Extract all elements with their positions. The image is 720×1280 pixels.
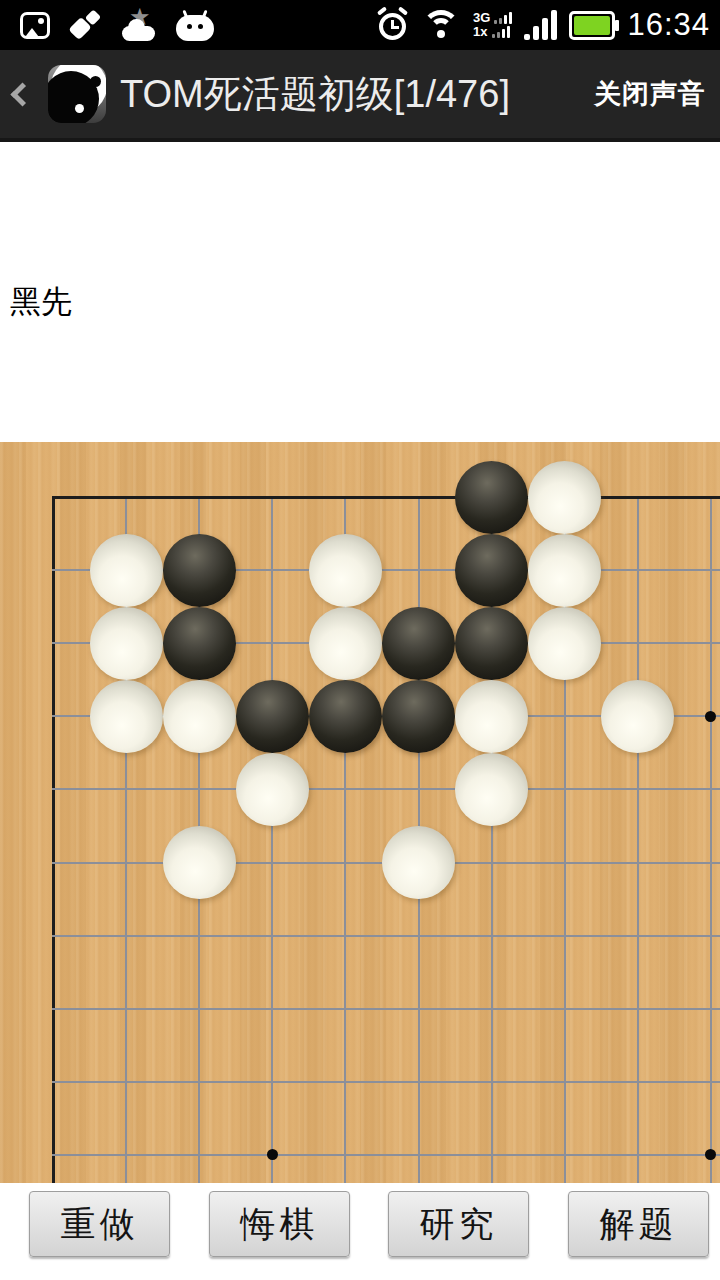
- network-1x-label: 1x: [473, 26, 487, 38]
- hoshi-point: [705, 711, 716, 722]
- black-stone: [163, 607, 236, 680]
- signal-bar: [533, 26, 539, 40]
- alarm-clock-icon: [376, 9, 409, 42]
- white-stone: [163, 680, 236, 753]
- mini-bar: [502, 29, 505, 38]
- battery-nub: [615, 20, 619, 31]
- clock-hand: [391, 26, 399, 29]
- page-title: TOM死活题初级[1/476]: [120, 69, 510, 120]
- signal-bar: [551, 10, 557, 40]
- white-stone: [528, 607, 601, 680]
- white-stone: [90, 607, 163, 680]
- mute-sound-button[interactable]: 关闭声音: [594, 76, 706, 112]
- white-stone: [382, 826, 455, 899]
- status-bar: 3G 1x: [0, 0, 720, 50]
- mini-bar: [499, 18, 502, 24]
- black-stone: [382, 680, 455, 753]
- white-stone: [163, 826, 236, 899]
- mini-bar: [509, 12, 512, 24]
- android-head: [176, 15, 214, 41]
- wifi-icon: [421, 9, 461, 41]
- android-eye: [198, 24, 203, 29]
- white-stone: [528, 461, 601, 534]
- mobile-data-1x-row: 1x: [473, 26, 512, 38]
- system-status-icons: 3G 1x: [376, 7, 710, 43]
- mobile-data-3g-row: 3G: [473, 12, 512, 24]
- white-stone: [601, 680, 674, 753]
- hoshi-point: [267, 1149, 278, 1160]
- gallery-dot: [38, 18, 44, 24]
- white-stone: [455, 680, 528, 753]
- status-time: 16:34: [627, 7, 710, 43]
- white-dot-graphic: [75, 104, 84, 113]
- white-stone: [309, 534, 382, 607]
- go-app-icon: [48, 65, 106, 123]
- black-stone: [309, 680, 382, 753]
- white-stone: [455, 753, 528, 826]
- hoshi-point: [705, 1149, 716, 1160]
- android-eye: [187, 24, 192, 29]
- board-grid-line-horizontal: [52, 935, 720, 937]
- network-3g-label: 3G: [473, 12, 490, 24]
- white-stone: [236, 753, 309, 826]
- mini-bar: [497, 32, 500, 38]
- mobile-data-indicator: 3G 1x: [473, 12, 512, 38]
- white-stone: [528, 534, 601, 607]
- black-stone: [382, 607, 455, 680]
- gallery-mountain: [22, 28, 42, 39]
- white-stone: [90, 680, 163, 753]
- solve-button[interactable]: 解题: [568, 1191, 709, 1257]
- board-grid-line-horizontal: [52, 1081, 720, 1083]
- board-grid-line-horizontal: [52, 1008, 720, 1010]
- board-grid-line-horizontal: [52, 1154, 720, 1156]
- gallery-icon: [20, 12, 50, 39]
- redo-button[interactable]: 重做: [29, 1191, 170, 1257]
- research-button[interactable]: 研究: [388, 1191, 529, 1257]
- signal-bars-icon: [524, 10, 557, 40]
- black-stone: [455, 461, 528, 534]
- weather-cloud-icon: [122, 10, 156, 41]
- app-screen: 3G 1x: [0, 0, 720, 1280]
- back-button[interactable]: [14, 71, 44, 117]
- clean-brush-icon: [70, 9, 102, 41]
- cloud-base: [122, 26, 155, 41]
- battery-level: [574, 16, 610, 35]
- undo-button[interactable]: 悔棋: [209, 1191, 350, 1257]
- signal-bar: [542, 18, 548, 40]
- white-stone: [90, 534, 163, 607]
- battery-icon: [569, 11, 615, 40]
- alarm-bell: [398, 6, 408, 15]
- signal-dot: [524, 34, 530, 40]
- black-dot-graphic: [90, 76, 101, 87]
- black-stone: [163, 534, 236, 607]
- mini-bar: [504, 15, 507, 24]
- chevron-left-icon: [10, 82, 34, 106]
- white-stone: [309, 607, 382, 680]
- go-board[interactable]: [0, 442, 720, 1183]
- problem-instruction: 黑先: [10, 281, 72, 323]
- mini-bar: [494, 20, 497, 24]
- mini-bar: [492, 34, 495, 38]
- title-bar: TOM死活题初级[1/476] 关闭声音: [0, 50, 720, 142]
- board-grid-line-horizontal: [52, 496, 720, 499]
- black-stone: [455, 534, 528, 607]
- notification-icons: [20, 9, 214, 41]
- board-grid-line-horizontal: [52, 788, 720, 790]
- mini-bar: [507, 26, 510, 38]
- black-stone: [455, 607, 528, 680]
- black-stone: [236, 680, 309, 753]
- android-icon: [176, 10, 214, 41]
